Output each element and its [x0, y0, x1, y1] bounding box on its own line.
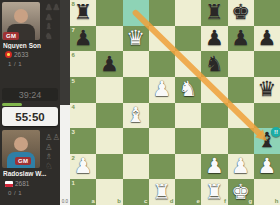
white-rook-d1[interactable]: ♜: [149, 179, 175, 205]
square-g1[interactable]: g♚: [228, 179, 254, 205]
avatar-head: [14, 137, 28, 151]
black-pawn-g7[interactable]: ♟: [228, 26, 254, 52]
square-g4[interactable]: [228, 103, 254, 129]
black-queen-h5[interactable]: ♛: [254, 77, 280, 103]
square-a2[interactable]: 2♟: [70, 154, 96, 180]
square-e7[interactable]: [175, 26, 201, 52]
square-e1[interactable]: e: [175, 179, 201, 205]
square-e4[interactable]: [175, 103, 201, 129]
square-f3[interactable]: [201, 128, 227, 154]
square-c7[interactable]: ♛: [123, 26, 149, 52]
clock-top: 39:24: [2, 88, 58, 101]
square-b3[interactable]: [96, 128, 122, 154]
title-badge-top: GM: [3, 32, 19, 40]
square-a1[interactable]: 1a: [70, 179, 96, 205]
file-label: h: [275, 198, 279, 204]
square-c5[interactable]: [123, 77, 149, 103]
black-pawn-a7[interactable]: ♟: [70, 26, 96, 52]
square-g8[interactable]: ♚: [228, 0, 254, 26]
square-h5[interactable]: ♛: [254, 77, 280, 103]
square-b1[interactable]: b: [96, 179, 122, 205]
square-f7[interactable]: ♟: [201, 26, 227, 52]
black-knight-f6[interactable]: ♞: [201, 51, 227, 77]
square-f6[interactable]: ♞: [201, 51, 227, 77]
square-g5[interactable]: [228, 77, 254, 103]
file-label: e: [196, 198, 199, 204]
file-label: c: [144, 198, 147, 204]
black-pawn-h7[interactable]: ♟: [254, 26, 280, 52]
captured-pieces-top: ♟♟♟♝♞: [45, 3, 60, 40]
square-a3[interactable]: 3: [70, 128, 96, 154]
square-e8[interactable]: [175, 0, 201, 26]
square-g7[interactable]: ♟: [228, 26, 254, 52]
square-b7[interactable]: [96, 26, 122, 52]
black-rook-f8[interactable]: ♜: [201, 0, 227, 26]
rank-label: 3: [72, 129, 75, 135]
square-h8[interactable]: [254, 0, 280, 26]
file-label: b: [117, 198, 121, 204]
rank-label: 5: [72, 78, 75, 84]
title-badge-bottom: GM: [15, 157, 31, 165]
player-name-bottom[interactable]: Radoslaw W...: [3, 170, 59, 177]
white-pawn-f2[interactable]: ♟: [201, 154, 227, 180]
square-h7[interactable]: ♟: [254, 26, 280, 52]
square-d8[interactable]: [149, 0, 175, 26]
square-a4[interactable]: 4: [70, 103, 96, 129]
white-rook-f1[interactable]: ♜: [201, 179, 227, 205]
white-pawn-a2[interactable]: ♟: [70, 154, 96, 180]
rank-label: 6: [72, 52, 75, 58]
square-a7[interactable]: 7♟: [70, 26, 96, 52]
square-d1[interactable]: d♜: [149, 179, 175, 205]
match-score-top: 1 / 1: [8, 61, 22, 67]
square-d5[interactable]: ♟: [149, 77, 175, 103]
square-b2[interactable]: [96, 154, 122, 180]
square-f8[interactable]: ♜: [201, 0, 227, 26]
square-g3[interactable]: [228, 128, 254, 154]
evaluation-value: 0.0: [60, 199, 70, 204]
square-f5[interactable]: [201, 77, 227, 103]
square-d6[interactable]: [149, 51, 175, 77]
square-d3[interactable]: [149, 128, 175, 154]
black-rook-a8[interactable]: ♜: [70, 0, 96, 26]
white-pawn-g2[interactable]: ♟: [228, 154, 254, 180]
square-c6[interactable]: [123, 51, 149, 77]
square-b6[interactable]: ♟: [96, 51, 122, 77]
move-classification-badge: !!: [271, 127, 280, 137]
black-king-g8[interactable]: ♚: [228, 0, 254, 26]
square-e3[interactable]: [175, 128, 201, 154]
square-a5[interactable]: 5: [70, 77, 96, 103]
square-f1[interactable]: f♜: [201, 179, 227, 205]
player-rating-top: 2633: [14, 51, 28, 58]
evaluation-bar: 0.0: [60, 0, 70, 205]
square-h4[interactable]: [254, 103, 280, 129]
players-sidebar: ♟♟♟♝♞ GM Nguyen Son 2633 1 / 1 39:24 55:…: [0, 0, 60, 205]
white-pawn-d5[interactable]: ♟: [149, 77, 175, 103]
square-a6[interactable]: 6: [70, 51, 96, 77]
avatar-head: [14, 9, 28, 23]
square-e2[interactable]: [175, 154, 201, 180]
square-h1[interactable]: h: [254, 179, 280, 205]
rank-label: 4: [72, 104, 75, 110]
square-c8[interactable]: [123, 0, 149, 26]
rating-row-bottom: 2681: [5, 180, 29, 187]
square-e6[interactable]: [175, 51, 201, 77]
square-d7[interactable]: [149, 26, 175, 52]
square-e5[interactable]: ♞: [175, 77, 201, 103]
white-queen-c7[interactable]: ♛: [123, 26, 149, 52]
square-c1[interactable]: c: [123, 179, 149, 205]
clock-top-time: 39:24: [19, 90, 42, 100]
time-progress-bar: [2, 103, 22, 106]
vietnam-flag-icon: [5, 51, 12, 58]
square-b4[interactable]: [96, 103, 122, 129]
file-label: a: [91, 198, 94, 204]
square-c2[interactable]: [123, 154, 149, 180]
black-pawn-f7[interactable]: ♟: [201, 26, 227, 52]
square-b8[interactable]: [96, 0, 122, 26]
poland-flag-icon: [5, 181, 13, 187]
player-rating-bottom: 2681: [15, 180, 29, 187]
white-pawn-h2[interactable]: ♟: [254, 154, 280, 180]
square-f2[interactable]: ♟: [201, 154, 227, 180]
white-king-g1[interactable]: ♚: [228, 179, 254, 205]
rank-label: 1: [72, 180, 75, 186]
chess-board[interactable]: 8♜♜♚7♟♛♟♟♟6♟♞5♟♞♛4♝3♝!!2♟♟♟♟1abcd♜ef♜g♚h: [70, 0, 280, 205]
square-c4[interactable]: ♝: [123, 103, 149, 129]
white-knight-e5[interactable]: ♞: [175, 77, 201, 103]
square-a8[interactable]: 8♜: [70, 0, 96, 26]
clock-bottom-time: 55:50: [15, 111, 44, 123]
square-f4[interactable]: [201, 103, 227, 129]
square-g6[interactable]: [228, 51, 254, 77]
square-h6[interactable]: [254, 51, 280, 77]
square-h2[interactable]: ♟: [254, 154, 280, 180]
white-bishop-c4[interactable]: ♝: [123, 103, 149, 129]
square-h3[interactable]: ♝!!: [254, 128, 280, 154]
match-score-bottom: 0 / 1: [8, 190, 22, 196]
black-pawn-b6[interactable]: ♟: [96, 51, 122, 77]
square-b5[interactable]: [96, 77, 122, 103]
square-c3[interactable]: [123, 128, 149, 154]
square-d2[interactable]: [149, 154, 175, 180]
square-d4[interactable]: [149, 103, 175, 129]
captured-pieces-bottom: ♙♙♙♗♘: [45, 133, 60, 170]
square-g2[interactable]: ♟: [228, 154, 254, 180]
rating-row-top: 2633: [5, 51, 28, 58]
chess-broadcast-window: ♟♟♟♝♞ GM Nguyen Son 2633 1 / 1 39:24 55:…: [0, 0, 280, 205]
evaluation-bar-white: [60, 105, 70, 205]
player-name-top[interactable]: Nguyen Son: [3, 42, 59, 49]
clock-bottom: 55:50: [2, 107, 58, 126]
